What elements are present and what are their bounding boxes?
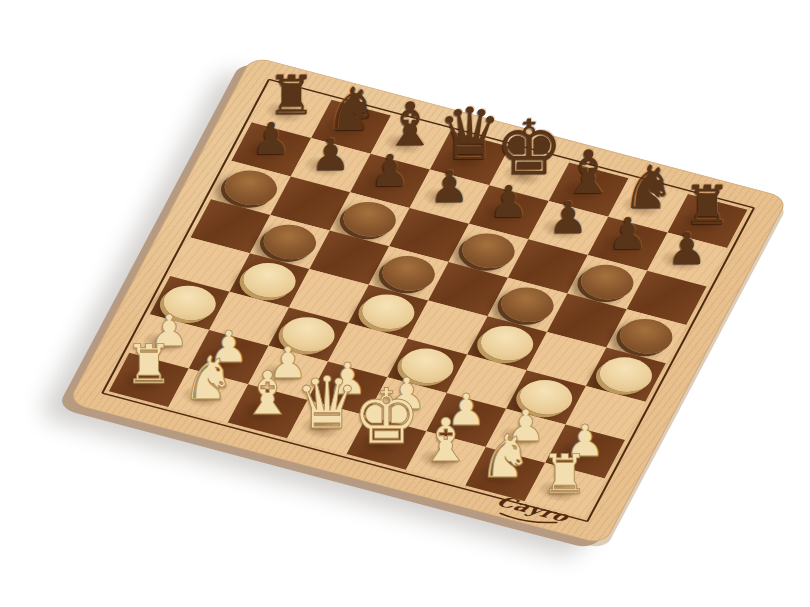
- black-king-e8-glyph: ♚: [495, 110, 563, 186]
- white-king-e1-glyph: ♚: [352, 379, 420, 455]
- chess-checkers-board: Cayro ♜♞♝♛♚♝♞♜♟♟♟♟♟♟♟♟♟♟♟♟♟♟♟♟♜♞♝♛♚♝♞♜: [68, 56, 789, 545]
- black-pawn-f7-glyph: ♟: [549, 196, 588, 240]
- black-pawn-c7-glyph: ♟: [370, 149, 409, 193]
- black-pawn-b7-glyph: ♟: [311, 133, 350, 177]
- white-knight-g1-glyph: ♞: [478, 426, 532, 486]
- black-queen-d8-glyph: ♛: [438, 98, 503, 170]
- playing-area: ♜♞♝♛♚♝♞♜♟♟♟♟♟♟♟♟♟♟♟♟♟♟♟♟♜♞♝♛♚♝♞♜: [109, 84, 747, 517]
- product-photo-scene: Cayro ♜♞♝♛♚♝♞♜♟♟♟♟♟♟♟♟♟♟♟♟♟♟♟♟♜♞♝♛♚♝♞♜: [0, 0, 810, 607]
- black-pawn-h7-glyph: ♟: [667, 227, 706, 271]
- black-pawn-d7-glyph: ♟: [430, 165, 469, 209]
- black-pawn-a7-glyph: ♟: [252, 117, 291, 161]
- white-queen-d1-glyph: ♛: [295, 367, 360, 439]
- white-rook-h1-glyph: ♜: [540, 448, 588, 502]
- white-knight-b1-glyph: ♞: [181, 348, 235, 408]
- black-pawn-e7-glyph: ♟: [489, 180, 528, 224]
- black-pawn-g7-glyph: ♟: [608, 212, 647, 256]
- white-bishop-c1-glyph: ♝: [241, 363, 295, 423]
- white-bishop-f1-glyph: ♝: [419, 410, 473, 470]
- white-rook-a1-glyph: ♜: [125, 338, 173, 392]
